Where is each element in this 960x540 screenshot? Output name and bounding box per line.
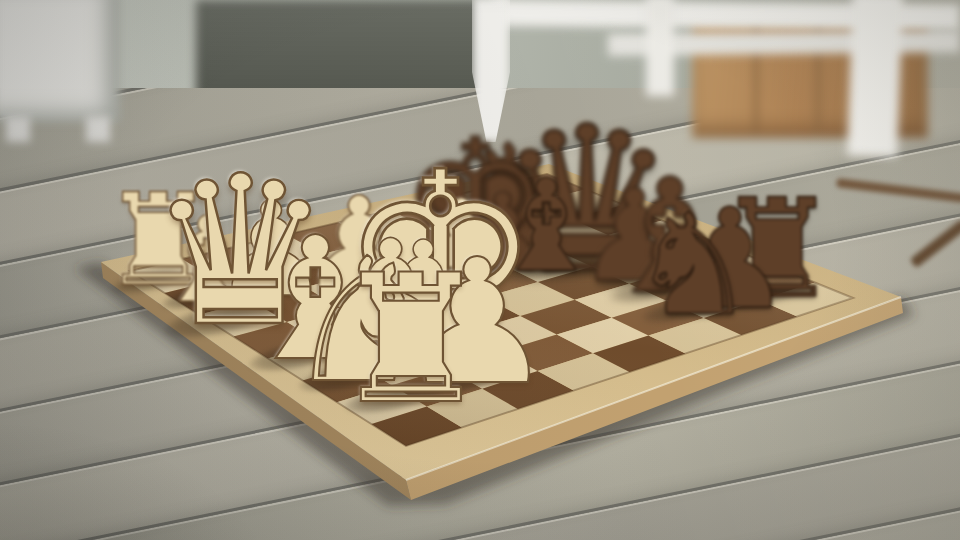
scene: ♞♚♟♟♛♝♟♜♝♟♟♜♝♟♞♛♚♟♟♝♞♟♜ <box>0 0 960 540</box>
piece-glyph: ♜ <box>331 251 490 429</box>
piece-glyph: ♞ <box>630 195 755 335</box>
